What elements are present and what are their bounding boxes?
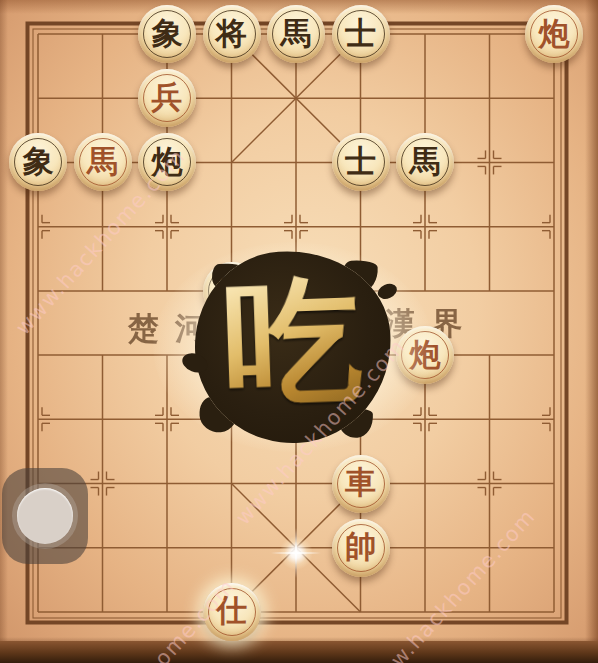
piece-black-馬[interactable]: 馬 — [396, 133, 454, 191]
piece-glyph: 馬 — [410, 146, 441, 177]
xiangqi-board[interactable]: 楚河 漢界 象将馬士炮兵象馬炮士馬炮炮車帥仕 吃 www.hackhome.co… — [0, 0, 598, 663]
piece-black-士[interactable]: 士 — [332, 5, 390, 63]
piece-black-士[interactable]: 士 — [332, 133, 390, 191]
piece-glyph: 炮 — [152, 146, 183, 177]
piece-red-仕[interactable]: 仕 — [203, 583, 261, 641]
piece-glyph: 仕 — [216, 595, 247, 626]
piece-glyph: 将 — [216, 18, 247, 49]
assistive-touch-ring — [12, 483, 78, 549]
assistive-touch-dot — [17, 488, 73, 544]
piece-red-帥[interactable]: 帥 — [332, 519, 390, 577]
piece-red-炮[interactable]: 炮 — [525, 5, 583, 63]
piece-glyph: 車 — [345, 467, 376, 498]
piece-black-炮[interactable]: 炮 — [138, 133, 196, 191]
sparkle-effect — [279, 536, 313, 570]
piece-red-兵[interactable]: 兵 — [138, 69, 196, 127]
piece-red-車[interactable]: 車 — [332, 455, 390, 513]
piece-glyph: 象 — [23, 146, 54, 177]
piece-red-馬[interactable]: 馬 — [74, 133, 132, 191]
stamp-eat-character: 吃 — [222, 270, 365, 413]
piece-black-馬[interactable]: 馬 — [267, 5, 325, 63]
piece-glyph: 馬 — [281, 18, 312, 49]
piece-glyph: 象 — [152, 18, 183, 49]
piece-black-象[interactable]: 象 — [9, 133, 67, 191]
piece-glyph: 馬 — [87, 146, 118, 177]
piece-black-将[interactable]: 将 — [203, 5, 261, 63]
piece-glyph: 帥 — [345, 531, 376, 562]
assistive-touch-button[interactable] — [2, 468, 88, 564]
piece-glyph: 士 — [345, 146, 376, 177]
piece-glyph: 炮 — [539, 18, 570, 49]
piece-black-象[interactable]: 象 — [138, 5, 196, 63]
piece-glyph: 士 — [345, 18, 376, 49]
piece-glyph: 兵 — [152, 82, 183, 113]
